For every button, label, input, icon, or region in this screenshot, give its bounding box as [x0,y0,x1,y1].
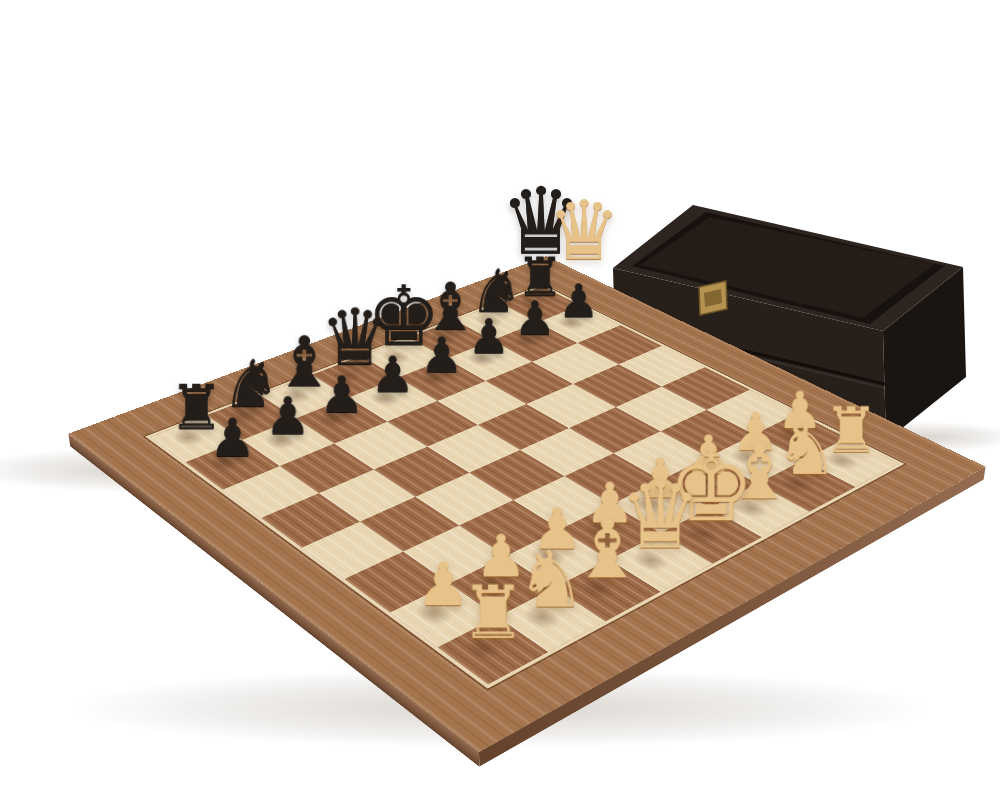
square-a1: ♜ [438,617,549,685]
board-perspective-wrapper: ♜♟♟♜♞♟♟♞♝♟♟♝♚♟♟♚♛♟♟♛♝♟♟♝♞♟♟♞♜♟♟♜ [0,0,1000,800]
white-rook-piece: ♜ [414,576,571,649]
chess-board: ♜♟♟♜♞♟♟♞♝♟♟♝♚♟♟♚♛♟♟♛♝♟♟♝♞♟♟♞♜♟♟♜ [68,256,985,752]
board-grid: ♜♟♟♜♞♟♟♞♝♟♟♝♚♟♟♚♛♟♟♛♝♟♟♝♞♟♟♞♜♟♟♜ [151,287,899,685]
square-a7: ♟ [186,440,280,489]
chess-set-photo: ♜♟♟♜♞♟♟♞♝♟♟♝♚♟♟♚♛♟♟♛♝♟♟♝♞♟♟♞♜♟♟♜ ♛♛ [0,0,1000,800]
black-pawn-piece: ♟ [166,411,300,464]
